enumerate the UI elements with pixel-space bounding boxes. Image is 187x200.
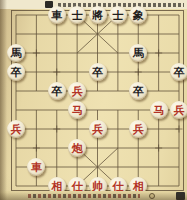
piece-black-advisor[interactable]: 士 [109,6,127,24]
bottom-caption-strip [0,191,187,200]
piece-black-soldier[interactable]: 卒 [89,63,107,81]
piece-red-horse[interactable]: 马 [68,101,86,119]
publisher-logo-icon [176,192,185,200]
seal-circle-icon [149,193,155,199]
piece-black-general[interactable]: 將 [89,6,107,24]
bottom-caption-microtext [28,194,140,198]
piece-black-chariot[interactable]: 車 [48,6,66,24]
piece-red-horse[interactable]: 马 [150,101,168,119]
piece-red-soldier[interactable]: 兵 [170,101,187,119]
piece-black-soldier[interactable]: 卒 [48,82,66,100]
piece-red-soldier[interactable]: 兵 [89,120,107,138]
piece-red-cannon[interactable]: 炮 [68,139,86,157]
piece-red-soldier[interactable]: 兵 [68,82,86,100]
piece-black-advisor[interactable]: 士 [68,6,86,24]
xiangqi-board: 車士將士象馬馬卒卒卒卒卒兵马马兵兵兵兵炮車相仕帅仕相 [0,0,187,200]
piece-black-soldier[interactable]: 卒 [170,63,187,81]
piece-red-soldier[interactable]: 兵 [7,120,25,138]
piece-black-horse[interactable]: 馬 [7,44,25,62]
board-photo: 車士將士象馬馬卒卒卒卒卒兵马马兵兵兵兵炮車相仕帅仕相 [0,0,187,200]
piece-black-soldier[interactable]: 卒 [7,63,25,81]
